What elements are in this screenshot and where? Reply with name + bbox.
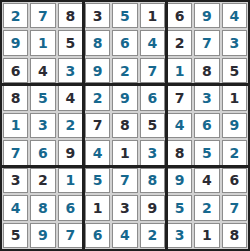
cell-r9c4[interactable]: 6: [85, 223, 110, 248]
cell-r6c6[interactable]: 3: [140, 140, 165, 165]
cell-r5c3[interactable]: 2: [58, 113, 83, 138]
sudoku-grid: 2783516949158642736439271858542967311327…: [3, 3, 247, 248]
cell-r5c2[interactable]: 3: [30, 113, 55, 138]
cell-r2c2[interactable]: 1: [30, 30, 55, 55]
cell-r1c3[interactable]: 8: [58, 3, 83, 28]
cell-r1c5[interactable]: 5: [112, 3, 137, 28]
cell-r2c8[interactable]: 7: [194, 30, 219, 55]
cell-r1c8[interactable]: 9: [194, 3, 219, 28]
cell-r4c6[interactable]: 6: [140, 85, 165, 110]
cell-r9c9[interactable]: 8: [222, 223, 247, 248]
cell-r5c7[interactable]: 4: [167, 113, 192, 138]
cell-r9c1[interactable]: 5: [3, 223, 28, 248]
cell-r6c5[interactable]: 1: [112, 140, 137, 165]
cell-r9c2[interactable]: 9: [30, 223, 55, 248]
cell-r8c5[interactable]: 3: [112, 195, 137, 220]
cell-r7c9[interactable]: 6: [222, 168, 247, 193]
cell-r8c7[interactable]: 5: [167, 195, 192, 220]
cell-r2c4[interactable]: 8: [85, 30, 110, 55]
cell-r2c1[interactable]: 9: [3, 30, 28, 55]
cell-r4c2[interactable]: 5: [30, 85, 55, 110]
cell-r3c4[interactable]: 9: [85, 58, 110, 83]
cell-r5c1[interactable]: 1: [3, 113, 28, 138]
cell-r4c7[interactable]: 7: [167, 85, 192, 110]
cell-r7c3[interactable]: 1: [58, 168, 83, 193]
cell-r6c3[interactable]: 9: [58, 140, 83, 165]
cell-r6c9[interactable]: 2: [222, 140, 247, 165]
cell-r6c7[interactable]: 8: [167, 140, 192, 165]
cell-r1c1[interactable]: 2: [3, 3, 28, 28]
cell-r4c4[interactable]: 2: [85, 85, 110, 110]
cell-r3c8[interactable]: 8: [194, 58, 219, 83]
cell-r5c4[interactable]: 7: [85, 113, 110, 138]
cell-r3c1[interactable]: 6: [3, 58, 28, 83]
cell-r5c8[interactable]: 6: [194, 113, 219, 138]
cell-r7c6[interactable]: 8: [140, 168, 165, 193]
cell-r6c1[interactable]: 7: [3, 140, 28, 165]
cell-r8c6[interactable]: 9: [140, 195, 165, 220]
cell-r2c3[interactable]: 5: [58, 30, 83, 55]
cell-r4c5[interactable]: 9: [112, 85, 137, 110]
cell-r7c2[interactable]: 2: [30, 168, 55, 193]
cell-r6c4[interactable]: 4: [85, 140, 110, 165]
cell-r3c5[interactable]: 2: [112, 58, 137, 83]
cell-r7c7[interactable]: 9: [167, 168, 192, 193]
cell-r8c9[interactable]: 7: [222, 195, 247, 220]
cell-r8c8[interactable]: 2: [194, 195, 219, 220]
cell-r1c7[interactable]: 6: [167, 3, 192, 28]
cell-r7c1[interactable]: 3: [3, 168, 28, 193]
cell-r4c3[interactable]: 4: [58, 85, 83, 110]
sudoku-board: 2783516949158642736439271858542967311327…: [0, 0, 250, 251]
cell-r3c9[interactable]: 5: [222, 58, 247, 83]
cell-r3c2[interactable]: 4: [30, 58, 55, 83]
cell-r2c9[interactable]: 3: [222, 30, 247, 55]
cell-r3c7[interactable]: 1: [167, 58, 192, 83]
cell-r7c4[interactable]: 5: [85, 168, 110, 193]
cell-r6c8[interactable]: 5: [194, 140, 219, 165]
cell-r9c7[interactable]: 3: [167, 223, 192, 248]
cell-r5c6[interactable]: 5: [140, 113, 165, 138]
cell-r8c2[interactable]: 8: [30, 195, 55, 220]
cell-r6c2[interactable]: 6: [30, 140, 55, 165]
cell-r7c5[interactable]: 7: [112, 168, 137, 193]
cell-r8c1[interactable]: 4: [3, 195, 28, 220]
cell-r3c6[interactable]: 7: [140, 58, 165, 83]
cell-r3c3[interactable]: 3: [58, 58, 83, 83]
cell-r9c6[interactable]: 2: [140, 223, 165, 248]
cell-r2c7[interactable]: 2: [167, 30, 192, 55]
cell-r1c4[interactable]: 3: [85, 3, 110, 28]
cell-r4c1[interactable]: 8: [3, 85, 28, 110]
cell-r4c9[interactable]: 1: [222, 85, 247, 110]
cell-r4c8[interactable]: 3: [194, 85, 219, 110]
cell-r5c9[interactable]: 9: [222, 113, 247, 138]
cell-r9c3[interactable]: 7: [58, 223, 83, 248]
cell-r2c6[interactable]: 4: [140, 30, 165, 55]
cell-r1c6[interactable]: 1: [140, 3, 165, 28]
cell-r5c5[interactable]: 8: [112, 113, 137, 138]
cell-r9c8[interactable]: 1: [194, 223, 219, 248]
cell-r1c9[interactable]: 4: [222, 3, 247, 28]
cell-r1c2[interactable]: 7: [30, 3, 55, 28]
cell-r2c5[interactable]: 6: [112, 30, 137, 55]
cell-r8c4[interactable]: 1: [85, 195, 110, 220]
cell-r9c5[interactable]: 4: [112, 223, 137, 248]
cell-r8c3[interactable]: 6: [58, 195, 83, 220]
cell-r7c8[interactable]: 4: [194, 168, 219, 193]
